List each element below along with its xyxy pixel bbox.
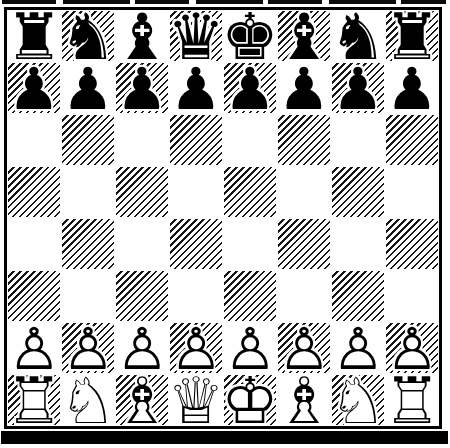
white-bishop-c1: ♝♗ (113, 369, 170, 433)
black-pawn-h7: ♟ (386, 60, 438, 118)
square-a5 (7, 166, 61, 218)
piece-glyph: ♗ (275, 369, 332, 433)
square-g7: ♟ (331, 62, 385, 114)
scanned-chess-page: ♜♞♝♛♚♝♞♜♟♟♟♟♟♟♟♟♟♙♟♙♟♙♟♙♟♙♟♙♟♙♟♙♜♖♞♘♝♗♛♕… (0, 0, 450, 448)
square-e6 (223, 114, 277, 166)
square-f5 (277, 166, 331, 218)
square-g6 (331, 114, 385, 166)
square-d5 (169, 166, 223, 218)
square-e7: ♟ (223, 62, 277, 114)
white-knight-g1: ♞♘ (329, 369, 386, 433)
black-pawn-d7: ♟ (170, 60, 222, 118)
square-a1: ♜♖ (7, 374, 61, 426)
square-b5 (61, 166, 115, 218)
black-pawn-c7: ♟ (116, 60, 168, 118)
chess-board-frame: ♜♞♝♛♚♝♞♜♟♟♟♟♟♟♟♟♟♙♟♙♟♙♟♙♟♙♟♙♟♙♟♙♜♖♞♘♝♗♛♕… (4, 7, 442, 429)
square-e1: ♚♔ (223, 374, 277, 426)
white-king-e1: ♚♔ (221, 369, 278, 433)
square-b4 (61, 218, 115, 270)
black-pawn-b7: ♟ (62, 60, 114, 118)
black-pawn-e7: ♟ (224, 60, 276, 118)
square-c4 (115, 218, 169, 270)
piece-glyph: ♔ (221, 369, 278, 433)
square-b7: ♟ (61, 62, 115, 114)
square-f6 (277, 114, 331, 166)
square-d6 (169, 114, 223, 166)
piece-glyph: ♘ (329, 369, 386, 433)
square-g5 (331, 166, 385, 218)
square-h4 (385, 218, 439, 270)
white-rook-h1: ♜♖ (383, 369, 440, 433)
square-a7: ♟ (7, 62, 61, 114)
square-h7: ♟ (385, 62, 439, 114)
white-queen-d1: ♛♕ (167, 369, 224, 433)
square-f1: ♝♗ (277, 374, 331, 426)
white-bishop-f1: ♝♗ (275, 369, 332, 433)
square-e5 (223, 166, 277, 218)
piece-glyph: ♘ (59, 369, 116, 433)
white-knight-b1: ♞♘ (59, 369, 116, 433)
piece-glyph: ♖ (5, 369, 62, 433)
square-g4 (331, 218, 385, 270)
square-h6 (385, 114, 439, 166)
square-a6 (7, 114, 61, 166)
square-c6 (115, 114, 169, 166)
square-f7: ♟ (277, 62, 331, 114)
square-d7: ♟ (169, 62, 223, 114)
square-d1: ♛♕ (169, 374, 223, 426)
square-h1: ♜♖ (385, 374, 439, 426)
scan-artifact-bottom-band (1, 431, 448, 444)
square-h5 (385, 166, 439, 218)
piece-glyph: ♖ (383, 369, 440, 433)
black-pawn-g7: ♟ (332, 60, 384, 118)
piece-glyph: ♕ (167, 369, 224, 433)
black-pawn-f7: ♟ (278, 60, 330, 118)
piece-glyph: ♗ (113, 369, 170, 433)
square-e4 (223, 218, 277, 270)
square-b1: ♞♘ (61, 374, 115, 426)
square-a4 (7, 218, 61, 270)
square-c7: ♟ (115, 62, 169, 114)
square-f4 (277, 218, 331, 270)
square-b6 (61, 114, 115, 166)
white-rook-a1: ♜♖ (5, 369, 62, 433)
square-g1: ♞♘ (331, 374, 385, 426)
square-c1: ♝♗ (115, 374, 169, 426)
chess-board: ♜♞♝♛♚♝♞♜♟♟♟♟♟♟♟♟♟♙♟♙♟♙♟♙♟♙♟♙♟♙♟♙♜♖♞♘♝♗♛♕… (7, 10, 439, 426)
square-c5 (115, 166, 169, 218)
black-pawn-a7: ♟ (8, 60, 60, 118)
square-d4 (169, 218, 223, 270)
